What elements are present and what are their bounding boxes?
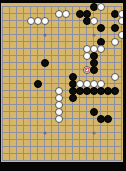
white-stone	[97, 45, 105, 53]
white-stone	[97, 3, 105, 11]
black-stone	[111, 24, 119, 32]
grid-line-horizontal	[2, 125, 122, 126]
black-stone	[104, 115, 112, 123]
white-stone	[118, 31, 124, 39]
black-stone	[90, 108, 98, 116]
grid-line-horizontal	[2, 139, 122, 140]
star-point	[43, 33, 46, 36]
star-point	[92, 33, 95, 36]
grid-line-horizontal	[2, 55, 122, 56]
grid-line-horizontal	[2, 146, 122, 147]
grid-line-horizontal	[2, 132, 122, 133]
black-stone	[90, 66, 98, 74]
white-stone	[111, 73, 119, 81]
grid-line-horizontal	[2, 20, 122, 21]
white-stone	[90, 17, 98, 25]
grid-line-horizontal	[2, 160, 122, 161]
grid-line-horizontal	[2, 34, 122, 35]
black-stone	[97, 24, 105, 32]
last-move-marker	[84, 67, 89, 72]
black-stone	[111, 87, 119, 95]
white-stone	[41, 17, 49, 25]
star-point	[43, 131, 46, 134]
grid-line-horizontal	[2, 69, 122, 70]
grid-line-horizontal	[2, 62, 122, 63]
go-app-screen	[0, 0, 126, 171]
black-stone	[41, 59, 49, 67]
white-stone	[111, 38, 119, 46]
go-board[interactable]	[1, 3, 123, 162]
grid-line-horizontal	[2, 76, 122, 77]
white-stone	[62, 10, 70, 18]
white-stone	[118, 17, 124, 25]
star-point	[92, 131, 95, 134]
black-stone	[34, 80, 42, 88]
black-stone	[69, 94, 77, 102]
white-stone	[55, 115, 63, 123]
grid-line-horizontal	[2, 153, 122, 154]
